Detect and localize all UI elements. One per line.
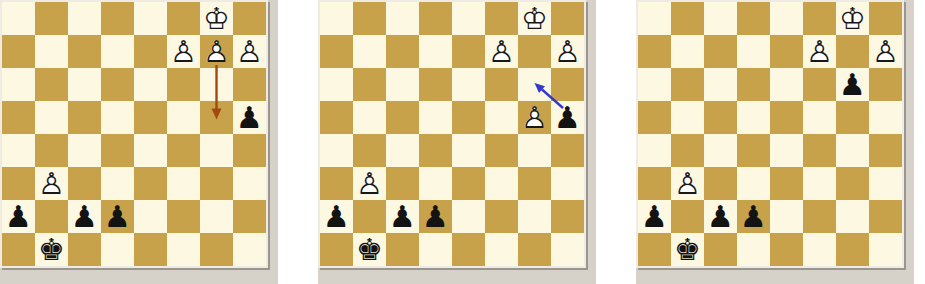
board-before-double-step-panel: ♚♔♟♙♟♙♟♙♟♟♙♟♟♟♚ — [0, 0, 278, 284]
white-pawn: ♟♙ — [869, 35, 902, 68]
square-b8 — [353, 2, 386, 35]
square-f7: ♟♙ — [485, 35, 518, 68]
square-h5: ♟ — [233, 101, 266, 134]
square-g6 — [518, 68, 551, 101]
square-f8 — [803, 2, 836, 35]
square-f6 — [167, 68, 200, 101]
square-g7 — [518, 35, 551, 68]
white-king: ♚♔ — [836, 2, 869, 35]
square-g1 — [518, 233, 551, 266]
square-a4 — [638, 134, 671, 167]
square-g3 — [518, 167, 551, 200]
square-d7 — [419, 35, 452, 68]
board-before-double-step-grid: ♚♔♟♙♟♙♟♙♟♟♙♟♟♟♚ — [2, 2, 266, 266]
square-b7 — [353, 35, 386, 68]
black-pawn: ♟ — [737, 200, 770, 233]
square-f4 — [803, 134, 836, 167]
square-c6 — [386, 68, 419, 101]
square-e8 — [770, 2, 803, 35]
square-d4 — [419, 134, 452, 167]
square-c3 — [68, 167, 101, 200]
square-c1 — [704, 233, 737, 266]
square-d5 — [419, 101, 452, 134]
square-b4 — [671, 134, 704, 167]
square-b6 — [353, 68, 386, 101]
black-pawn: ♟ — [101, 200, 134, 233]
square-f2 — [485, 200, 518, 233]
square-a2: ♟ — [638, 200, 671, 233]
square-e5 — [770, 101, 803, 134]
square-g2 — [518, 200, 551, 233]
square-a5 — [320, 101, 353, 134]
white-pawn: ♟♙ — [233, 35, 266, 68]
square-g1 — [200, 233, 233, 266]
square-f8 — [485, 2, 518, 35]
square-d4 — [737, 134, 770, 167]
square-a4 — [320, 134, 353, 167]
square-e8 — [452, 2, 485, 35]
black-pawn: ♟ — [704, 200, 737, 233]
square-e4 — [134, 134, 167, 167]
square-d1 — [737, 233, 770, 266]
square-g7 — [836, 35, 869, 68]
square-b4 — [35, 134, 68, 167]
square-c4 — [704, 134, 737, 167]
black-king: ♚ — [35, 233, 68, 266]
square-g8: ♚♔ — [200, 2, 233, 35]
square-e8 — [134, 2, 167, 35]
square-h3 — [551, 167, 584, 200]
square-e7 — [770, 35, 803, 68]
square-g6: ♟ — [836, 68, 869, 101]
square-b2 — [35, 200, 68, 233]
square-b3: ♟♙ — [35, 167, 68, 200]
square-c1 — [68, 233, 101, 266]
board-en-passant-option-panel: ♚♔♟♙♟♙♟♙♟♟♙♟♟♟♚ — [318, 0, 596, 284]
square-g7: ♟♙ — [200, 35, 233, 68]
square-c8 — [704, 2, 737, 35]
square-b2 — [353, 200, 386, 233]
square-h1 — [233, 233, 266, 266]
white-pawn: ♟♙ — [200, 35, 233, 68]
square-e6 — [452, 68, 485, 101]
white-pawn: ♟♙ — [803, 35, 836, 68]
square-d4 — [101, 134, 134, 167]
square-b5 — [671, 101, 704, 134]
square-d3 — [419, 167, 452, 200]
square-e2 — [134, 200, 167, 233]
square-b4 — [353, 134, 386, 167]
square-g6 — [200, 68, 233, 101]
black-pawn: ♟ — [638, 200, 671, 233]
square-f5 — [803, 101, 836, 134]
square-h7: ♟♙ — [233, 35, 266, 68]
square-d7 — [737, 35, 770, 68]
square-a8 — [320, 2, 353, 35]
square-a7 — [320, 35, 353, 68]
square-g8: ♚♔ — [518, 2, 551, 35]
square-d8 — [737, 2, 770, 35]
square-f8 — [167, 2, 200, 35]
square-f6 — [803, 68, 836, 101]
square-g3 — [836, 167, 869, 200]
square-d1 — [419, 233, 452, 266]
square-c3 — [704, 167, 737, 200]
square-f7: ♟♙ — [803, 35, 836, 68]
black-pawn: ♟ — [419, 200, 452, 233]
square-d5 — [101, 101, 134, 134]
square-g2 — [836, 200, 869, 233]
square-c7 — [704, 35, 737, 68]
square-f3 — [167, 167, 200, 200]
square-a3 — [320, 167, 353, 200]
square-h4 — [551, 134, 584, 167]
square-h5: ♟ — [551, 101, 584, 134]
square-e7 — [452, 35, 485, 68]
square-g1 — [836, 233, 869, 266]
square-f5 — [485, 101, 518, 134]
square-g4 — [200, 134, 233, 167]
square-c5 — [704, 101, 737, 134]
square-e5 — [452, 101, 485, 134]
square-h8 — [233, 2, 266, 35]
square-a1 — [2, 233, 35, 266]
square-d7 — [101, 35, 134, 68]
square-d3 — [737, 167, 770, 200]
white-pawn: ♟♙ — [35, 167, 68, 200]
square-f7: ♟♙ — [167, 35, 200, 68]
square-a8 — [638, 2, 671, 35]
square-d6 — [101, 68, 134, 101]
square-h8 — [869, 2, 902, 35]
board-after-en-passant: ♚♔♟♙♟♙♟♟♙♟♟♟♚ — [636, 0, 904, 268]
black-pawn: ♟ — [233, 101, 266, 134]
square-h3 — [869, 167, 902, 200]
square-g8: ♚♔ — [836, 2, 869, 35]
square-f4 — [485, 134, 518, 167]
square-b8 — [35, 2, 68, 35]
square-f4 — [167, 134, 200, 167]
square-b1: ♚ — [671, 233, 704, 266]
square-c2: ♟ — [68, 200, 101, 233]
square-g3 — [200, 167, 233, 200]
square-e6 — [770, 68, 803, 101]
white-pawn: ♟♙ — [518, 101, 551, 134]
square-b7 — [35, 35, 68, 68]
square-b3: ♟♙ — [671, 167, 704, 200]
square-e2 — [452, 200, 485, 233]
square-a2: ♟ — [2, 200, 35, 233]
square-d8 — [101, 2, 134, 35]
square-e4 — [452, 134, 485, 167]
square-d6 — [737, 68, 770, 101]
square-a6 — [2, 68, 35, 101]
square-h1 — [551, 233, 584, 266]
square-h2 — [551, 200, 584, 233]
square-g4 — [518, 134, 551, 167]
square-a4 — [2, 134, 35, 167]
square-g5: ♟♙ — [518, 101, 551, 134]
square-f1 — [485, 233, 518, 266]
square-e3 — [134, 167, 167, 200]
square-h8 — [551, 2, 584, 35]
square-b3: ♟♙ — [353, 167, 386, 200]
square-b6 — [35, 68, 68, 101]
square-a1 — [638, 233, 671, 266]
square-d5 — [737, 101, 770, 134]
square-h5 — [869, 101, 902, 134]
white-king: ♚♔ — [518, 2, 551, 35]
square-h1 — [869, 233, 902, 266]
square-e2 — [770, 200, 803, 233]
square-c8 — [386, 2, 419, 35]
square-f5 — [167, 101, 200, 134]
square-h7: ♟♙ — [869, 35, 902, 68]
black-pawn: ♟ — [551, 101, 584, 134]
black-pawn: ♟ — [2, 200, 35, 233]
square-c7 — [68, 35, 101, 68]
square-c5 — [68, 101, 101, 134]
square-h4 — [869, 134, 902, 167]
white-pawn: ♟♙ — [353, 167, 386, 200]
square-f1 — [167, 233, 200, 266]
white-pawn: ♟♙ — [167, 35, 200, 68]
black-pawn: ♟ — [68, 200, 101, 233]
square-d2: ♟ — [737, 200, 770, 233]
square-a7 — [638, 35, 671, 68]
square-e1 — [134, 233, 167, 266]
square-h3 — [233, 167, 266, 200]
square-h6 — [551, 68, 584, 101]
black-pawn: ♟ — [386, 200, 419, 233]
square-d3 — [101, 167, 134, 200]
square-d2: ♟ — [101, 200, 134, 233]
square-b1: ♚ — [35, 233, 68, 266]
square-c5 — [386, 101, 419, 134]
square-e4 — [770, 134, 803, 167]
square-c6 — [704, 68, 737, 101]
square-d1 — [101, 233, 134, 266]
square-h6 — [869, 68, 902, 101]
square-a5 — [638, 101, 671, 134]
square-a5 — [2, 101, 35, 134]
square-h4 — [233, 134, 266, 167]
square-e1 — [770, 233, 803, 266]
black-king: ♚ — [353, 233, 386, 266]
square-a7 — [2, 35, 35, 68]
chess-diagram-row: ♚♔♟♙♟♙♟♙♟♟♙♟♟♟♚♚♔♟♙♟♙♟♙♟♟♙♟♟♟♚♚♔♟♙♟♙♟♟♙♟… — [0, 0, 925, 284]
square-c4 — [386, 134, 419, 167]
black-pawn: ♟ — [836, 68, 869, 101]
square-d2: ♟ — [419, 200, 452, 233]
square-c8 — [68, 2, 101, 35]
white-king: ♚♔ — [200, 2, 233, 35]
square-f2 — [167, 200, 200, 233]
square-f3 — [803, 167, 836, 200]
square-c1 — [386, 233, 419, 266]
square-e5 — [134, 101, 167, 134]
square-c6 — [68, 68, 101, 101]
square-b8 — [671, 2, 704, 35]
square-c4 — [68, 134, 101, 167]
square-c2: ♟ — [386, 200, 419, 233]
square-b5 — [35, 101, 68, 134]
square-f2 — [803, 200, 836, 233]
square-a8 — [2, 2, 35, 35]
board-en-passant-option: ♚♔♟♙♟♙♟♙♟♟♙♟♟♟♚ — [318, 0, 586, 268]
square-e3 — [770, 167, 803, 200]
square-e6 — [134, 68, 167, 101]
square-e1 — [452, 233, 485, 266]
square-b2 — [671, 200, 704, 233]
square-a6 — [638, 68, 671, 101]
white-pawn: ♟♙ — [485, 35, 518, 68]
square-d8 — [419, 2, 452, 35]
square-g5 — [836, 101, 869, 134]
square-g4 — [836, 134, 869, 167]
black-pawn: ♟ — [320, 200, 353, 233]
white-pawn: ♟♙ — [551, 35, 584, 68]
square-c2: ♟ — [704, 200, 737, 233]
square-h2 — [233, 200, 266, 233]
square-b1: ♚ — [353, 233, 386, 266]
square-a6 — [320, 68, 353, 101]
square-f6 — [485, 68, 518, 101]
square-f1 — [803, 233, 836, 266]
square-b6 — [671, 68, 704, 101]
square-e7 — [134, 35, 167, 68]
square-c7 — [386, 35, 419, 68]
square-c3 — [386, 167, 419, 200]
square-h7: ♟♙ — [551, 35, 584, 68]
black-king: ♚ — [671, 233, 704, 266]
board-before-double-step: ♚♔♟♙♟♙♟♙♟♟♙♟♟♟♚ — [0, 0, 268, 268]
square-g5 — [200, 101, 233, 134]
square-g2 — [200, 200, 233, 233]
square-a3 — [638, 167, 671, 200]
square-d6 — [419, 68, 452, 101]
board-after-en-passant-panel: ♚♔♟♙♟♙♟♟♙♟♟♟♚ — [636, 0, 914, 284]
square-a3 — [2, 167, 35, 200]
square-a1 — [320, 233, 353, 266]
white-pawn: ♟♙ — [671, 167, 704, 200]
square-h6 — [233, 68, 266, 101]
square-f3 — [485, 167, 518, 200]
square-e3 — [452, 167, 485, 200]
square-a2: ♟ — [320, 200, 353, 233]
board-en-passant-option-grid: ♚♔♟♙♟♙♟♙♟♟♙♟♟♟♚ — [320, 2, 584, 266]
board-after-en-passant-grid: ♚♔♟♙♟♙♟♟♙♟♟♟♚ — [638, 2, 902, 266]
square-b7 — [671, 35, 704, 68]
square-h2 — [869, 200, 902, 233]
square-b5 — [353, 101, 386, 134]
